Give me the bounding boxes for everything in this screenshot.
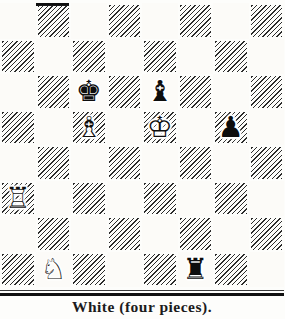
black-king: ♚ (76, 77, 102, 106)
white-knight: ♘ (40, 255, 66, 284)
square-g1 (213, 252, 249, 288)
square-g2 (213, 216, 249, 252)
chess-board: ♚♝♗♔♟♖♘♜ (0, 3, 284, 287)
square-g7 (213, 39, 249, 75)
square-h3 (249, 181, 285, 217)
square-a5 (0, 110, 36, 146)
square-a6 (0, 74, 36, 110)
square-f3 (178, 181, 214, 217)
black-rook: ♜ (182, 255, 208, 284)
square-b2 (36, 216, 72, 252)
bottom-rule-thin (0, 290, 284, 291)
square-e6: ♝ (142, 74, 178, 110)
square-g4 (213, 145, 249, 181)
square-b4 (36, 145, 72, 181)
square-c6: ♚ (71, 74, 107, 110)
square-e8 (142, 3, 178, 39)
square-d4 (107, 145, 143, 181)
square-h5 (249, 110, 285, 146)
square-d8 (107, 3, 143, 39)
square-e1 (142, 252, 178, 288)
square-a2 (0, 216, 36, 252)
caption: White (four pieces). (0, 298, 284, 319)
square-c1 (71, 252, 107, 288)
square-b8 (36, 3, 72, 39)
square-c3 (71, 181, 107, 217)
square-c4 (71, 145, 107, 181)
square-g8 (213, 3, 249, 39)
white-rook: ♖ (5, 184, 31, 213)
square-c2 (71, 216, 107, 252)
square-c8 (71, 3, 107, 39)
white-king: ♔ (147, 113, 173, 142)
square-a1 (0, 252, 36, 288)
square-d2 (107, 216, 143, 252)
square-h4 (249, 145, 285, 181)
printed-chess-diagram: ♚♝♗♔♟♖♘♜ White (four pieces). (0, 3, 284, 319)
square-a8 (0, 3, 36, 39)
square-h8 (249, 3, 285, 39)
square-h1 (249, 252, 285, 288)
square-e3 (142, 181, 178, 217)
square-a7 (0, 39, 36, 75)
square-c7 (71, 39, 107, 75)
square-h7 (249, 39, 285, 75)
square-f6 (178, 74, 214, 110)
square-g6 (213, 74, 249, 110)
square-b7 (36, 39, 72, 75)
black-pawn: ♟ (218, 113, 244, 142)
square-b1: ♘ (36, 252, 72, 288)
bottom-rule-thick (0, 293, 284, 296)
square-h6 (249, 74, 285, 110)
square-f4 (178, 145, 214, 181)
square-g3 (213, 181, 249, 217)
black-bishop: ♝ (147, 77, 173, 106)
square-f1: ♜ (178, 252, 214, 288)
square-d6 (107, 74, 143, 110)
square-e7 (142, 39, 178, 75)
square-h2 (249, 216, 285, 252)
square-f7 (178, 39, 214, 75)
square-f8 (178, 3, 214, 39)
square-d5 (107, 110, 143, 146)
square-f2 (178, 216, 214, 252)
square-d1 (107, 252, 143, 288)
square-c5: ♗ (71, 110, 107, 146)
square-b3 (36, 181, 72, 217)
square-e5: ♔ (142, 110, 178, 146)
square-d7 (107, 39, 143, 75)
square-b5 (36, 110, 72, 146)
square-f5 (178, 110, 214, 146)
square-a3: ♖ (0, 181, 36, 217)
square-a4 (0, 145, 36, 181)
white-bishop: ♗ (76, 113, 102, 142)
square-d3 (107, 181, 143, 217)
square-g5: ♟ (213, 110, 249, 146)
square-e4 (142, 145, 178, 181)
square-e2 (142, 216, 178, 252)
square-b6 (36, 74, 72, 110)
